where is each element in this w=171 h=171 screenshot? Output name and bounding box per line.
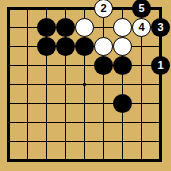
white-stone (94, 37, 113, 56)
hoshi-point (83, 83, 86, 86)
white-stone: 4 (132, 18, 151, 37)
black-stone: 1 (151, 56, 170, 75)
move-number-label: 5 (138, 3, 144, 14)
move-number-label: 2 (100, 3, 106, 14)
black-stone (94, 56, 113, 75)
go-board-diagram[interactable]: 25431 (0, 0, 171, 171)
grid-line-horizontal (9, 103, 161, 104)
black-stone (56, 18, 75, 37)
grid-line-horizontal (9, 122, 161, 123)
white-stone (113, 37, 132, 56)
black-stone (37, 37, 56, 56)
black-stone (113, 56, 132, 75)
grid-line-vertical (103, 9, 104, 161)
black-stone (75, 37, 94, 56)
white-stone (113, 18, 132, 37)
move-number-label: 4 (138, 22, 144, 33)
black-stone (56, 37, 75, 56)
move-number-label: 3 (157, 22, 163, 33)
black-stone (113, 94, 132, 113)
black-stone: 3 (151, 18, 170, 37)
move-number-label: 1 (157, 60, 163, 71)
black-stone (37, 18, 56, 37)
grid-line-horizontal (9, 141, 161, 142)
white-stone (75, 18, 94, 37)
